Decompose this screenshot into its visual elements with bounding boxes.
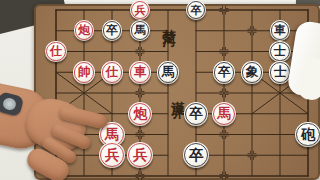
xiangqi-board: 楚河 漢界 兵炮仕帥仕車炮馬車馬兵兵卒卒馬車士馬卒象士將卒砲卒 [34, 4, 320, 180]
piece-black-馬-c5r4[interactable]: 馬 [157, 61, 180, 84]
piece-red-馬-c7r6[interactable]: 馬 [212, 102, 236, 126]
piece-black-卒-c7r4[interactable]: 卒 [213, 61, 236, 84]
piece-red-仕-c3r4[interactable]: 仕 [101, 61, 124, 84]
piece-black-象-c8r4[interactable]: 象 [241, 61, 264, 84]
piece-red-仕-c1r3[interactable]: 仕 [45, 41, 67, 63]
piece-black-卒-c6r6[interactable]: 卒 [184, 102, 208, 126]
photo-scene: 楚河 漢界 兵炮仕帥仕車炮馬車馬兵兵卒卒馬車士馬卒象士將卒砲卒 [0, 0, 320, 180]
piece-red-炮-c4r6[interactable]: 炮 [128, 102, 152, 126]
piece-black-砲-c10r7[interactable]: 砲 [295, 122, 320, 147]
river-label-chu-he: 楚河 [160, 18, 178, 27]
river-label-han-jie: 漢界 [169, 90, 187, 99]
piece-black-士-c9r3[interactable]: 士 [269, 41, 291, 63]
piece-black-卒-c6r1[interactable]: 卒 [186, 0, 206, 20]
piece-red-車-c4r4[interactable]: 車 [129, 61, 152, 84]
piece-red-帥-c2r4[interactable]: 帥 [73, 61, 96, 84]
piece-red-兵-c4r1[interactable]: 兵 [130, 0, 150, 20]
